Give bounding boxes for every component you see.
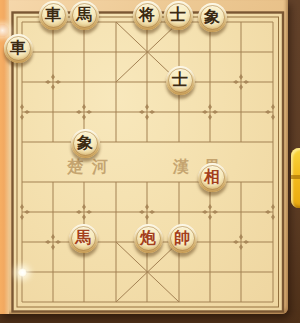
piece-black-chariot[interactable]: 車 <box>39 1 68 30</box>
piece-character: 炮 <box>134 224 163 253</box>
piece-character: 将 <box>133 1 162 30</box>
piece-black-chariot[interactable]: 車 <box>4 34 33 63</box>
piece-character: 象 <box>198 3 227 32</box>
piece-black-general[interactable]: 将 <box>133 1 162 30</box>
piece-character: 象 <box>71 129 100 158</box>
move-hint-dot[interactable] <box>18 268 27 277</box>
board-surface <box>12 12 284 312</box>
piece-red-horse[interactable]: 馬 <box>69 224 98 253</box>
piece-black-elephant[interactable]: 象 <box>198 3 227 32</box>
piece-black-horse[interactable]: 馬 <box>70 1 99 30</box>
side-decoration-yellow[interactable] <box>291 148 300 208</box>
xiangqi-game-screen: 楚河 漢界 車馬将士象車士象相馬炮帥 <box>0 0 300 323</box>
piece-black-elephant[interactable]: 象 <box>71 129 100 158</box>
piece-character: 車 <box>4 34 33 63</box>
piece-red-cannon[interactable]: 炮 <box>134 224 163 253</box>
piece-character: 帥 <box>168 224 197 253</box>
piece-red-general[interactable]: 帥 <box>168 224 197 253</box>
piece-black-advisor[interactable]: 士 <box>166 66 195 95</box>
piece-red-elephant[interactable]: 相 <box>198 163 227 192</box>
piece-character: 士 <box>164 1 193 30</box>
piece-character: 車 <box>39 1 68 30</box>
piece-character: 馬 <box>69 224 98 253</box>
piece-character: 士 <box>166 66 195 95</box>
piece-black-advisor[interactable]: 士 <box>164 1 193 30</box>
piece-character: 馬 <box>70 1 99 30</box>
side-decoration-notch <box>291 175 300 179</box>
piece-character: 相 <box>198 163 227 192</box>
